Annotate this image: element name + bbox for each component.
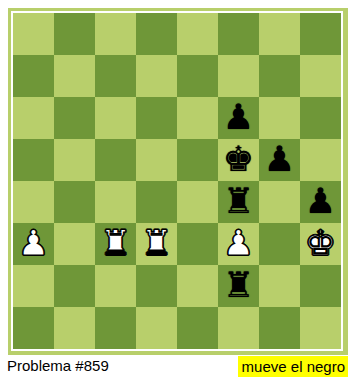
board-square-b7 [54,55,95,97]
board-square-d6 [136,97,177,139]
board-square-b5 [54,139,95,181]
board-square-f5: ♚ [218,139,259,181]
board-square-g2 [259,265,300,307]
board-square-g3 [259,223,300,265]
board-square-b2 [54,265,95,307]
board-square-c7 [95,55,136,97]
board-square-b1 [54,307,95,349]
board-square-f8 [218,13,259,55]
board-square-a4 [13,181,54,223]
board-square-f1 [218,307,259,349]
caption-row: Problema #859 mueve el negro [0,356,350,377]
chess-piece-black-pawn: ♟ [264,138,295,180]
board-square-d2 [136,265,177,307]
board-square-c6 [95,97,136,139]
board-square-h1 [300,307,341,349]
board-square-c2 [95,265,136,307]
chess-piece-white-king: ♚ [305,222,336,264]
board-square-b6 [54,97,95,139]
board-square-a1 [13,307,54,349]
board-square-b3 [54,223,95,265]
board-square-f3: ♟ [218,223,259,265]
chess-piece-white-pawn: ♟ [18,222,49,264]
chess-piece-black-rook: ♜ [223,180,254,222]
board-square-c5 [95,139,136,181]
board-square-e3 [177,223,218,265]
board-square-d3: ♜ [136,223,177,265]
board-frame: ♟♚♟♜♟♟♜♜♟♚♜ [8,8,348,355]
board-square-f7 [218,55,259,97]
board-square-d4 [136,181,177,223]
problem-number-label: Problema #859 [7,357,109,374]
board-square-d5 [136,139,177,181]
board-square-e7 [177,55,218,97]
board-square-e8 [177,13,218,55]
board-square-g5: ♟ [259,139,300,181]
board-square-h4: ♟ [300,181,341,223]
board-square-h6 [300,97,341,139]
board-square-g1 [259,307,300,349]
board-square-c1 [95,307,136,349]
board-square-f6: ♟ [218,97,259,139]
board-square-e1 [177,307,218,349]
board-square-g4 [259,181,300,223]
board-square-g6 [259,97,300,139]
board-square-a7 [13,55,54,97]
board-square-a3: ♟ [13,223,54,265]
board-square-g8 [259,13,300,55]
board-square-d1 [136,307,177,349]
chess-piece-black-rook: ♜ [223,264,254,306]
chess-piece-white-rook: ♜ [141,222,172,264]
board-square-h7 [300,55,341,97]
chess-piece-black-pawn: ♟ [305,180,336,222]
board-square-c3: ♜ [95,223,136,265]
board-square-h2 [300,265,341,307]
board-square-f4: ♜ [218,181,259,223]
board-square-b8 [54,13,95,55]
board-square-d8 [136,13,177,55]
board-square-e2 [177,265,218,307]
board-square-a6 [13,97,54,139]
chess-piece-black-king: ♚ [223,138,254,180]
board-square-b4 [54,181,95,223]
board-square-d7 [136,55,177,97]
board-square-h8 [300,13,341,55]
board-square-a5 [13,139,54,181]
board-square-c4 [95,181,136,223]
board-square-h5 [300,139,341,181]
turn-indicator-badge: mueve el negro [238,356,348,377]
board-square-e6 [177,97,218,139]
board-square-e4 [177,181,218,223]
board-square-c8 [95,13,136,55]
board-square-g7 [259,55,300,97]
board-square-e5 [177,139,218,181]
board-square-a2 [13,265,54,307]
board-square-h3: ♚ [300,223,341,265]
board-square-f2: ♜ [218,265,259,307]
board-square-a8 [13,13,54,55]
chess-piece-white-rook: ♜ [100,222,131,264]
chess-piece-white-pawn: ♟ [223,222,254,264]
chess-board: ♟♚♟♜♟♟♜♜♟♚♜ [11,11,343,351]
chess-piece-black-pawn: ♟ [223,96,254,138]
